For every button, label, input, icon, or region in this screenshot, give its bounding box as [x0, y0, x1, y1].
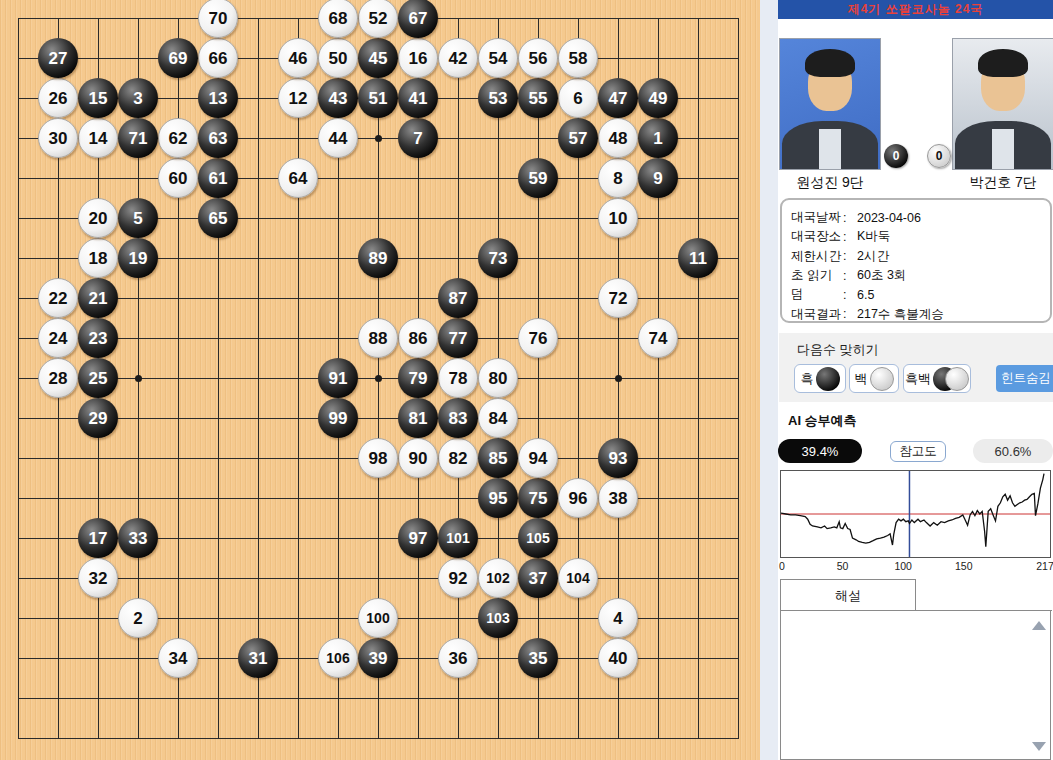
white-player-name: 박건호 7단: [952, 174, 1053, 192]
black-stone-7: 7: [398, 118, 438, 158]
guess-white-label: 백: [855, 370, 868, 388]
black-player-name: 원성진 9단: [779, 174, 881, 192]
event-title: 제4기 쏘팔코사놀 24국: [778, 0, 1053, 19]
black-stone-45: 45: [358, 38, 398, 78]
info-separator: :: [843, 211, 857, 225]
white-stone-48: 48: [598, 118, 638, 158]
board-grid-line: [18, 698, 739, 699]
black-stone-57: 57: [558, 118, 598, 158]
axis-tick-label: 100: [894, 560, 912, 572]
black-stone-71: 71: [118, 118, 158, 158]
white-stone-58: 58: [558, 38, 598, 78]
black-stone-81: 81: [398, 398, 438, 438]
white-stone-52: 52: [358, 0, 398, 38]
white-stone-14: 14: [78, 118, 118, 158]
white-stone-68: 68: [318, 0, 358, 38]
white-stone-50: 50: [318, 38, 358, 78]
black-stone-79: 79: [398, 358, 438, 398]
info-separator: :: [843, 249, 857, 263]
white-stone-46: 46: [278, 38, 318, 78]
star-point: [375, 135, 382, 142]
black-stone-65: 65: [198, 198, 238, 238]
board-grid-line: [738, 18, 739, 739]
white-stone-10: 10: [598, 198, 638, 238]
info-value: K바둑: [857, 228, 890, 245]
app-window: 1234567891011121314151617181920212223242…: [0, 0, 1053, 760]
black-stone-27: 27: [38, 38, 78, 78]
black-stone-105: 105: [518, 518, 558, 558]
info-label: 대국결과: [791, 306, 843, 323]
black-stone-11: 11: [678, 238, 718, 278]
white-stone-icon: [870, 367, 894, 391]
guess-black-label: 흑: [801, 370, 814, 388]
black-stone-55: 55: [518, 78, 558, 118]
white-stone-62: 62: [158, 118, 198, 158]
info-label: 대국날짜: [791, 209, 843, 226]
side-panel: 제4기 쏘팔코사놀 24국 0 0 원성진 9단 박건호 7단 대국날짜:202…: [760, 0, 1053, 760]
info-label: 덤: [791, 286, 843, 303]
black-stone-23: 23: [78, 318, 118, 358]
white-stone-42: 42: [438, 38, 478, 78]
info-value: 2023-04-06: [857, 211, 921, 225]
white-stone-98: 98: [358, 438, 398, 478]
black-stone-5: 5: [118, 198, 158, 238]
white-stone-80: 80: [478, 358, 518, 398]
ai-prediction-title: AI 승부예측: [788, 412, 857, 430]
white-stone-76: 76: [518, 318, 558, 358]
scroll-up-icon[interactable]: [1032, 621, 1046, 630]
white-stone-4: 4: [598, 598, 638, 638]
info-row: 덤:6.5: [791, 285, 1050, 304]
avatar-shirt: [992, 129, 1014, 169]
info-separator: :: [843, 288, 857, 302]
black-stone-43: 43: [318, 78, 358, 118]
board-grid-line: [538, 18, 539, 739]
white-stone-28: 28: [38, 358, 78, 398]
black-stone-21: 21: [78, 278, 118, 318]
white-stone-104: 104: [558, 558, 598, 598]
white-player-photo: [952, 38, 1053, 170]
white-stone-34: 34: [158, 638, 198, 678]
hint-toggle-button[interactable]: 힌트숨김: [996, 365, 1053, 392]
info-value: 217수 흑불계승: [857, 306, 944, 323]
black-stone-15: 15: [78, 78, 118, 118]
black-stone-35: 35: [518, 638, 558, 678]
white-stone-22: 22: [38, 278, 78, 318]
white-stone-icon: [945, 367, 969, 391]
axis-tick-label: 150: [955, 560, 973, 572]
white-stone-26: 26: [38, 78, 78, 118]
white-stone-38: 38: [598, 478, 638, 518]
board-grid-line: [698, 18, 699, 739]
guess-white-button[interactable]: 백: [849, 364, 899, 393]
black-stone-9: 9: [638, 158, 678, 198]
avatar-shirt: [819, 129, 841, 169]
black-stone-47: 47: [598, 78, 638, 118]
white-stone-100: 100: [358, 598, 398, 638]
black-stone-85: 85: [478, 438, 518, 478]
white-stone-44: 44: [318, 118, 358, 158]
black-stone-31: 31: [238, 638, 278, 678]
black-stone-41: 41: [398, 78, 438, 118]
black-stone-83: 83: [438, 398, 478, 438]
axis-tick-label: 217: [1036, 560, 1053, 572]
black-stone-63: 63: [198, 118, 238, 158]
black-stone-69: 69: [158, 38, 198, 78]
divider: [917, 610, 1052, 611]
black-stone-3: 3: [118, 78, 158, 118]
black-stone-33: 33: [118, 518, 158, 558]
black-stone-25: 25: [78, 358, 118, 398]
black-stone-51: 51: [358, 78, 398, 118]
white-stone-96: 96: [558, 478, 598, 518]
board-grid-line: [18, 418, 739, 419]
winrate-graph[interactable]: [780, 470, 1051, 558]
white-stone-60: 60: [158, 158, 198, 198]
white-stone-54: 54: [478, 38, 518, 78]
white-stone-92: 92: [438, 558, 478, 598]
guess-both-button[interactable]: 흑백: [903, 364, 971, 393]
info-separator: :: [843, 307, 857, 321]
black-stone-53: 53: [478, 78, 518, 118]
white-stone-16: 16: [398, 38, 438, 78]
white-stone-18: 18: [78, 238, 118, 278]
star-point: [615, 375, 622, 382]
info-label: 제한시간: [791, 248, 843, 265]
white-stone-84: 84: [478, 398, 518, 438]
commentary-section: 해설: [780, 579, 1051, 760]
info-value: 2시간: [857, 248, 889, 265]
black-stone-icon: [816, 367, 840, 391]
go-board[interactable]: 1234567891011121314151617181920212223242…: [0, 0, 760, 760]
guess-black-button[interactable]: 흑: [794, 364, 846, 393]
black-stone-103: 103: [478, 598, 518, 638]
black-stone-39: 39: [358, 638, 398, 678]
white-stone-74: 74: [638, 318, 678, 358]
white-stone-32: 32: [78, 558, 118, 598]
white-stone-88: 88: [358, 318, 398, 358]
black-stone-91: 91: [318, 358, 358, 398]
black-stone-37: 37: [518, 558, 558, 598]
black-stone-73: 73: [478, 238, 518, 278]
avatar-hair: [978, 49, 1028, 77]
black-stone-17: 17: [78, 518, 118, 558]
white-stone-90: 90: [398, 438, 438, 478]
graph-x-axis-ticks: 050100150217: [780, 560, 1051, 574]
info-row: 대국결과:217수 흑불계승: [791, 304, 1050, 323]
info-value: 6.5: [857, 288, 874, 302]
info-label: 초 읽기: [791, 267, 843, 284]
info-label: 대국장소: [791, 228, 843, 245]
board-grid-line: [18, 578, 739, 579]
white-stone-8: 8: [598, 158, 638, 198]
black-stone-1: 1: [638, 118, 678, 158]
black-stone-59: 59: [518, 158, 558, 198]
black-stone-87: 87: [438, 278, 478, 318]
guess-section-title: 다음수 맞히기: [797, 341, 879, 359]
white-stone-102: 102: [478, 558, 518, 598]
star-point: [375, 375, 382, 382]
black-stone-61: 61: [198, 158, 238, 198]
axis-tick-label: 50: [837, 560, 849, 572]
white-winrate-pill: 60.6%: [973, 439, 1053, 463]
white-stone-72: 72: [598, 278, 638, 318]
reference-diagram-button[interactable]: 참고도: [890, 441, 946, 462]
white-stone-24: 24: [38, 318, 78, 358]
white-stone-82: 82: [438, 438, 478, 478]
black-stone-101: 101: [438, 518, 478, 558]
game-info-box: 대국날짜:2023-04-06대국장소:K바둑제한시간:2시간초 읽기:60초 …: [780, 198, 1052, 323]
white-stone-36: 36: [438, 638, 478, 678]
board-grid-line: [18, 738, 739, 739]
white-stone-70: 70: [198, 0, 238, 38]
white-stone-30: 30: [38, 118, 78, 158]
black-stone-67: 67: [398, 0, 438, 38]
panel-gutter: [760, 0, 778, 760]
black-stone-29: 29: [78, 398, 118, 438]
info-row: 초 읽기:60초 3회: [791, 266, 1050, 285]
white-stone-56: 56: [518, 38, 558, 78]
winrate-polyline: [781, 471, 1050, 557]
black-captures-counter: 0: [884, 144, 908, 168]
black-stone-95: 95: [478, 478, 518, 518]
info-row: 대국날짜:2023-04-06: [791, 208, 1050, 227]
black-stone-49: 49: [638, 78, 678, 118]
black-stone-97: 97: [398, 518, 438, 558]
white-stone-12: 12: [278, 78, 318, 118]
black-stone-89: 89: [358, 238, 398, 278]
commentary-content: [780, 610, 1051, 760]
avatar-hair: [805, 49, 855, 77]
next-move-guess-section: 다음수 맞히기 흑 백 흑백 힌트숨김: [779, 333, 1053, 402]
white-stone-78: 78: [438, 358, 478, 398]
white-stone-106: 106: [318, 638, 358, 678]
commentary-tab[interactable]: 해설: [780, 579, 916, 610]
guess-both-label: 흑백: [905, 370, 931, 388]
white-captures-counter: 0: [927, 144, 951, 168]
white-stone-6: 6: [558, 78, 598, 118]
black-stone-75: 75: [518, 478, 558, 518]
info-separator: :: [843, 269, 857, 283]
white-stone-40: 40: [598, 638, 638, 678]
white-stone-66: 66: [198, 38, 238, 78]
axis-tick-label: 0: [779, 560, 785, 572]
black-stone-77: 77: [438, 318, 478, 358]
black-winrate-pill: 39.4%: [778, 439, 862, 463]
black-player-photo: [779, 38, 881, 170]
info-value: 60초 3회: [857, 267, 906, 284]
white-stone-86: 86: [398, 318, 438, 358]
white-stone-2: 2: [118, 598, 158, 638]
black-stone-19: 19: [118, 238, 158, 278]
star-point: [135, 375, 142, 382]
info-separator: :: [843, 230, 857, 244]
black-stone-99: 99: [318, 398, 358, 438]
info-row: 대국장소:K바둑: [791, 227, 1050, 246]
white-stone-64: 64: [278, 158, 318, 198]
white-stone-94: 94: [518, 438, 558, 478]
info-row: 제한시간:2시간: [791, 247, 1050, 266]
white-stone-20: 20: [78, 198, 118, 238]
scroll-down-icon[interactable]: [1032, 742, 1046, 751]
black-stone-93: 93: [598, 438, 638, 478]
black-stone-13: 13: [198, 78, 238, 118]
